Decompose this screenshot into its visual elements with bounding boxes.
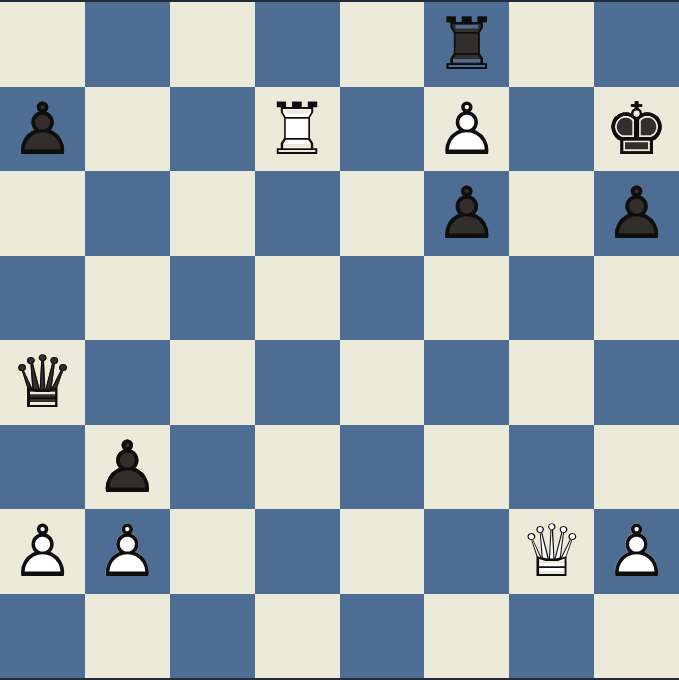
square-e6[interactable]	[340, 171, 425, 256]
piece-fill-glyph: ♜	[424, 8, 509, 80]
square-c4[interactable]	[170, 340, 255, 425]
square-h6[interactable]: ♟♙	[594, 171, 679, 256]
piece-outline-glyph: ♖	[424, 8, 509, 80]
square-g7[interactable]	[509, 87, 594, 172]
square-d4[interactable]	[255, 340, 340, 425]
chess-board: ♜♖♟♙♜♖♟♙♚♔♟♙♟♙♛♕♟♙♟♙♟♙♛♕♟♙	[0, 2, 679, 678]
square-h8[interactable]	[594, 2, 679, 87]
square-f8[interactable]: ♜♖	[424, 2, 509, 87]
square-a7[interactable]: ♟♙	[0, 87, 85, 172]
square-b7[interactable]	[85, 87, 170, 172]
piece-white-pawn-f7[interactable]: ♟♙	[424, 87, 509, 172]
piece-outline-glyph: ♙	[424, 93, 509, 165]
square-g6[interactable]	[509, 171, 594, 256]
square-b5[interactable]	[85, 256, 170, 341]
square-c2[interactable]	[170, 509, 255, 594]
piece-black-pawn-b3[interactable]: ♟♙	[85, 425, 170, 510]
square-d8[interactable]	[255, 2, 340, 87]
square-c8[interactable]	[170, 2, 255, 87]
square-f3[interactable]	[424, 425, 509, 510]
piece-black-pawn-f6[interactable]: ♟♙	[424, 171, 509, 256]
piece-black-pawn-h6[interactable]: ♟♙	[594, 171, 679, 256]
square-f2[interactable]	[424, 509, 509, 594]
square-d6[interactable]	[255, 171, 340, 256]
square-f6[interactable]: ♟♙	[424, 171, 509, 256]
piece-fill-glyph: ♟	[424, 93, 509, 165]
piece-white-pawn-a2[interactable]: ♟♙	[0, 509, 85, 594]
square-f5[interactable]	[424, 256, 509, 341]
piece-fill-glyph: ♟	[424, 177, 509, 249]
piece-outline-glyph: ♕	[509, 515, 594, 587]
square-g2[interactable]: ♛♕	[509, 509, 594, 594]
square-e8[interactable]	[340, 2, 425, 87]
square-b6[interactable]	[85, 171, 170, 256]
square-g5[interactable]	[509, 256, 594, 341]
square-h3[interactable]	[594, 425, 679, 510]
square-g3[interactable]	[509, 425, 594, 510]
piece-outline-glyph: ♙	[594, 177, 679, 249]
piece-white-queen-g2[interactable]: ♛♕	[509, 509, 594, 594]
square-d7[interactable]: ♜♖	[255, 87, 340, 172]
square-e5[interactable]	[340, 256, 425, 341]
square-b2[interactable]: ♟♙	[85, 509, 170, 594]
piece-fill-glyph: ♟	[594, 515, 679, 587]
square-e2[interactable]	[340, 509, 425, 594]
square-h4[interactable]	[594, 340, 679, 425]
piece-fill-glyph: ♜	[255, 93, 340, 165]
square-e3[interactable]	[340, 425, 425, 510]
square-c1[interactable]	[170, 594, 255, 679]
piece-black-pawn-a7[interactable]: ♟♙	[0, 87, 85, 172]
piece-black-rook-f8[interactable]: ♜♖	[424, 2, 509, 87]
square-e1[interactable]	[340, 594, 425, 679]
piece-outline-glyph: ♙	[0, 93, 85, 165]
square-c6[interactable]	[170, 171, 255, 256]
piece-fill-glyph: ♟	[0, 515, 85, 587]
square-b3[interactable]: ♟♙	[85, 425, 170, 510]
piece-outline-glyph: ♙	[85, 431, 170, 503]
piece-fill-glyph: ♟	[0, 93, 85, 165]
piece-white-pawn-b2[interactable]: ♟♙	[85, 509, 170, 594]
square-c3[interactable]	[170, 425, 255, 510]
square-f4[interactable]	[424, 340, 509, 425]
piece-outline-glyph: ♖	[255, 93, 340, 165]
square-d1[interactable]	[255, 594, 340, 679]
square-g4[interactable]	[509, 340, 594, 425]
square-b1[interactable]	[85, 594, 170, 679]
square-e7[interactable]	[340, 87, 425, 172]
square-e4[interactable]	[340, 340, 425, 425]
piece-white-pawn-h2[interactable]: ♟♙	[594, 509, 679, 594]
square-a5[interactable]	[0, 256, 85, 341]
square-d2[interactable]	[255, 509, 340, 594]
square-f1[interactable]	[424, 594, 509, 679]
piece-fill-glyph: ♟	[594, 177, 679, 249]
square-a1[interactable]	[0, 594, 85, 679]
square-a6[interactable]	[0, 171, 85, 256]
square-h1[interactable]	[594, 594, 679, 679]
piece-outline-glyph: ♙	[0, 515, 85, 587]
square-f7[interactable]: ♟♙	[424, 87, 509, 172]
square-d3[interactable]	[255, 425, 340, 510]
piece-white-rook-d7[interactable]: ♜♖	[255, 87, 340, 172]
piece-outline-glyph: ♙	[594, 515, 679, 587]
square-g8[interactable]	[509, 2, 594, 87]
piece-fill-glyph: ♟	[85, 431, 170, 503]
square-a2[interactable]: ♟♙	[0, 509, 85, 594]
square-h2[interactable]: ♟♙	[594, 509, 679, 594]
piece-fill-glyph: ♚	[594, 93, 679, 165]
piece-fill-glyph: ♟	[85, 515, 170, 587]
square-a4[interactable]: ♛♕	[0, 340, 85, 425]
square-b8[interactable]	[85, 2, 170, 87]
piece-black-queen-a4[interactable]: ♛♕	[0, 340, 85, 425]
piece-outline-glyph: ♕	[0, 346, 85, 418]
square-h5[interactable]	[594, 256, 679, 341]
piece-fill-glyph: ♛	[509, 515, 594, 587]
piece-outline-glyph: ♔	[594, 93, 679, 165]
square-g1[interactable]	[509, 594, 594, 679]
square-a3[interactable]	[0, 425, 85, 510]
square-a8[interactable]	[0, 2, 85, 87]
piece-fill-glyph: ♛	[0, 346, 85, 418]
square-c7[interactable]	[170, 87, 255, 172]
piece-outline-glyph: ♙	[85, 515, 170, 587]
square-c5[interactable]	[170, 256, 255, 341]
square-d5[interactable]	[255, 256, 340, 341]
piece-black-king-h7[interactable]: ♚♔	[594, 87, 679, 172]
square-b4[interactable]	[85, 340, 170, 425]
piece-outline-glyph: ♙	[424, 177, 509, 249]
square-h7[interactable]: ♚♔	[594, 87, 679, 172]
chess-board-frame: ♜♖♟♙♜♖♟♙♚♔♟♙♟♙♛♕♟♙♟♙♟♙♛♕♟♙	[0, 0, 679, 680]
